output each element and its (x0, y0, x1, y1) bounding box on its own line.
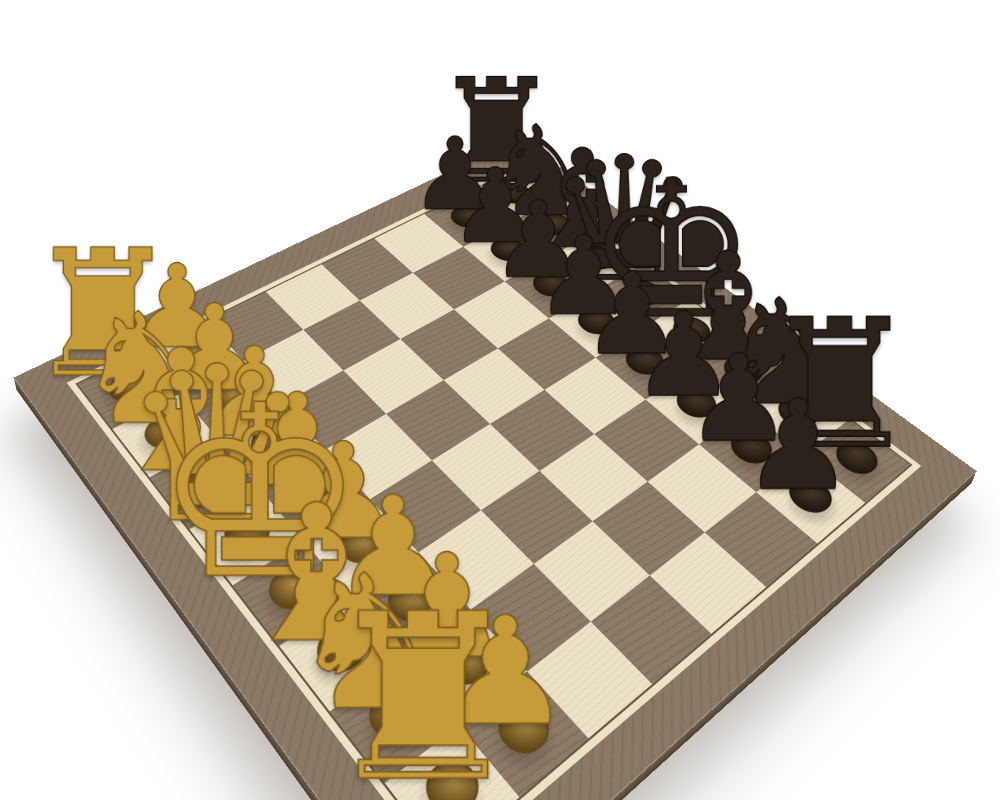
pieces-layer: ♜♞♝♛♚♝♞♜♟♟♟♟♟♟♟♟♟♟♟♟♟♟♟♟♜♞♝♛♚♝♞♜ (13, 138, 977, 800)
white-obelisk-rook-glyph: ♜ (0, 584, 883, 800)
product-photo-scene: ♜♞♝♛♚♝♞♜♟♟♟♟♟♟♟♟♟♟♟♟♟♟♟♟♜♞♝♛♚♝♞♜ (0, 0, 1000, 800)
chess-board: ♜♞♝♛♚♝♞♜♟♟♟♟♟♟♟♟♟♟♟♟♟♟♟♟♜♞♝♛♚♝♞♜ (13, 138, 977, 800)
